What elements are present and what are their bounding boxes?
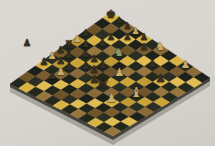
piece-dark-p[interactable]: ♟: [64, 60, 73, 70]
piece-dark-p[interactable]: ♟: [98, 59, 107, 69]
piece-light-p[interactable]: ♟: [73, 34, 81, 43]
piece-light-p[interactable]: ♟: [114, 68, 124, 79]
piece-light-n[interactable]: ♞: [155, 41, 165, 52]
piece-dark-r[interactable]: ♜: [64, 39, 73, 50]
piece-dark-p[interactable]: ♟: [107, 32, 115, 41]
piece-dark-p[interactable]: ♟: [156, 73, 166, 84]
piece-light-n[interactable]: ♞: [114, 47, 124, 58]
piece-dark-p[interactable]: ♟: [115, 16, 123, 25]
piece-light-b[interactable]: ♝: [130, 86, 142, 100]
piece-light-p[interactable]: ♟: [106, 93, 117, 105]
piece-dark-p[interactable]: ♟: [47, 72, 57, 83]
piece-dark-p[interactable]: ♟: [82, 28, 90, 37]
piece-dark-p[interactable]: ♟: [148, 58, 157, 68]
piece-dark-p[interactable]: ♟: [140, 42, 149, 52]
piece-light-p[interactable]: ♟: [132, 27, 140, 36]
piece-dark-p[interactable]: ♟: [124, 21, 132, 30]
piece-dark-p[interactable]: ♟: [140, 32, 148, 41]
piece-dark-p[interactable]: ♟: [23, 38, 32, 48]
piece-dark-p[interactable]: ♟: [123, 32, 131, 41]
piece-dark-p[interactable]: ♟: [98, 38, 107, 48]
piece-dark-q[interactable]: ♛: [96, 76, 110, 91]
piece-light-p[interactable]: ♟: [181, 58, 190, 68]
table-surface: ♚♟♟♟♟♞♟♟♟♟♟♟♟♞♟♟♟♜♟♟♟♟♟♟♟♟♝♟♟♟♟♛♟♟♟♟♟: [0, 0, 215, 146]
piece-dark-p[interactable]: ♟: [39, 57, 48, 67]
piece-dark-p[interactable]: ♟: [81, 39, 90, 49]
